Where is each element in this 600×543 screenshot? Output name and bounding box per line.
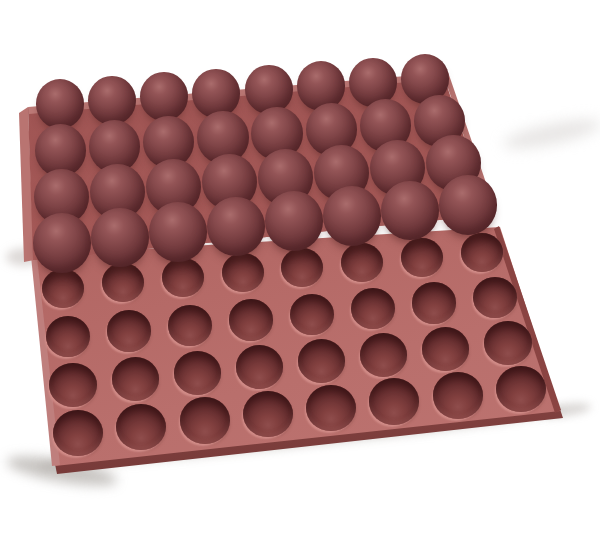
mold-cavity <box>461 233 503 272</box>
mold-cavity <box>484 321 531 365</box>
ground-shadow-upper-right <box>501 114 600 154</box>
mold-cavity <box>162 258 204 297</box>
mold-cavity <box>281 248 323 287</box>
ground-shadow-front-edge <box>37 403 564 474</box>
mold-dome-bump <box>245 65 293 114</box>
product-photo-scene <box>0 0 600 543</box>
mold-dome-bump <box>91 208 149 268</box>
mold-cavity <box>298 339 345 383</box>
mold-cavity <box>360 333 407 377</box>
mold-cavity <box>412 282 457 324</box>
mold-cavity <box>42 269 84 308</box>
mold-cavity <box>49 363 96 407</box>
mold-cavity <box>341 243 383 282</box>
mold-cavity <box>496 366 546 413</box>
mold-dome-bump <box>323 186 381 246</box>
mold-cavity <box>46 316 91 358</box>
mold-cavity <box>53 410 103 457</box>
mold-cavity <box>473 277 518 319</box>
mold-cavity <box>229 299 274 341</box>
mold-dome-bump <box>207 197 265 257</box>
mold-dome-bump <box>88 76 136 125</box>
mold-dome-bump <box>36 79 84 128</box>
mold-cavity <box>351 288 396 330</box>
mold-cavity <box>433 372 483 419</box>
mold-dome-bump <box>140 72 188 121</box>
mold-cavity <box>180 397 230 444</box>
mold-cavity <box>112 357 159 401</box>
mold-cavity <box>107 310 152 352</box>
mold-dome-bump <box>265 191 323 251</box>
mold-cavity <box>243 391 293 438</box>
mold-cavity <box>290 294 335 336</box>
mold-dome-bump <box>439 175 497 235</box>
mold-cavity <box>306 385 356 432</box>
mold-dome-bump <box>381 181 439 241</box>
mold-cavity <box>116 404 166 451</box>
mold-cavity <box>401 238 443 277</box>
mold-dome-bump <box>149 202 207 262</box>
mold-cavity <box>174 351 221 395</box>
mold-cavity <box>369 378 419 425</box>
mold-dome-bump <box>33 213 91 273</box>
mold-cavity <box>236 345 283 389</box>
mold-cavity <box>222 253 264 292</box>
mold-cavity <box>422 327 469 371</box>
ground-shadow-right-corner <box>540 401 591 420</box>
mold-cavity <box>168 305 213 347</box>
mold-cavity <box>102 263 144 302</box>
